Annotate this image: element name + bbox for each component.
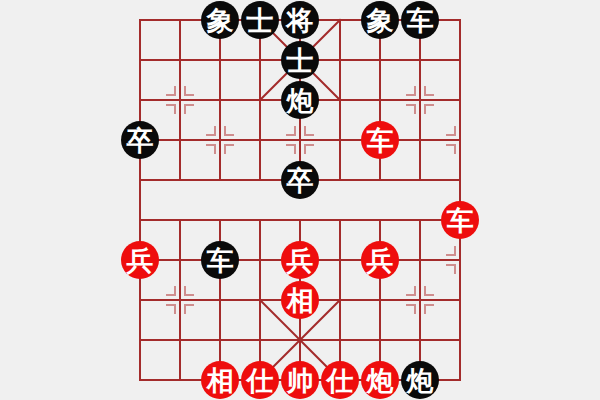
piece-black-chariot[interactable]: 车 [401,1,439,39]
xiangqi-board: 象士将象车士炮卒车卒车兵车兵兵相相仕帅仕炮炮 [0,0,600,400]
piece-red-soldier[interactable]: 兵 [281,241,319,279]
piece-red-cannon[interactable]: 炮 [361,361,399,399]
piece-black-general[interactable]: 将 [281,1,319,39]
piece-red-general[interactable]: 帅 [281,361,319,399]
piece-black-advisor[interactable]: 士 [281,41,319,79]
pieces-layer: 象士将象车士炮卒车卒车兵车兵兵相相仕帅仕炮炮 [0,0,600,400]
piece-red-advisor[interactable]: 仕 [241,361,279,399]
piece-black-soldier[interactable]: 卒 [121,121,159,159]
piece-red-soldier[interactable]: 兵 [121,241,159,279]
piece-red-chariot[interactable]: 车 [361,121,399,159]
piece-red-advisor[interactable]: 仕 [321,361,359,399]
piece-black-soldier[interactable]: 卒 [281,161,319,199]
piece-black-cannon[interactable]: 炮 [401,361,439,399]
piece-black-chariot[interactable]: 车 [201,241,239,279]
piece-black-elephant[interactable]: 象 [201,1,239,39]
piece-red-soldier[interactable]: 兵 [361,241,399,279]
piece-red-elephant[interactable]: 相 [281,281,319,319]
piece-black-cannon[interactable]: 炮 [281,81,319,119]
piece-red-chariot[interactable]: 车 [441,201,479,239]
piece-black-advisor[interactable]: 士 [241,1,279,39]
piece-red-elephant[interactable]: 相 [201,361,239,399]
piece-black-elephant[interactable]: 象 [361,1,399,39]
